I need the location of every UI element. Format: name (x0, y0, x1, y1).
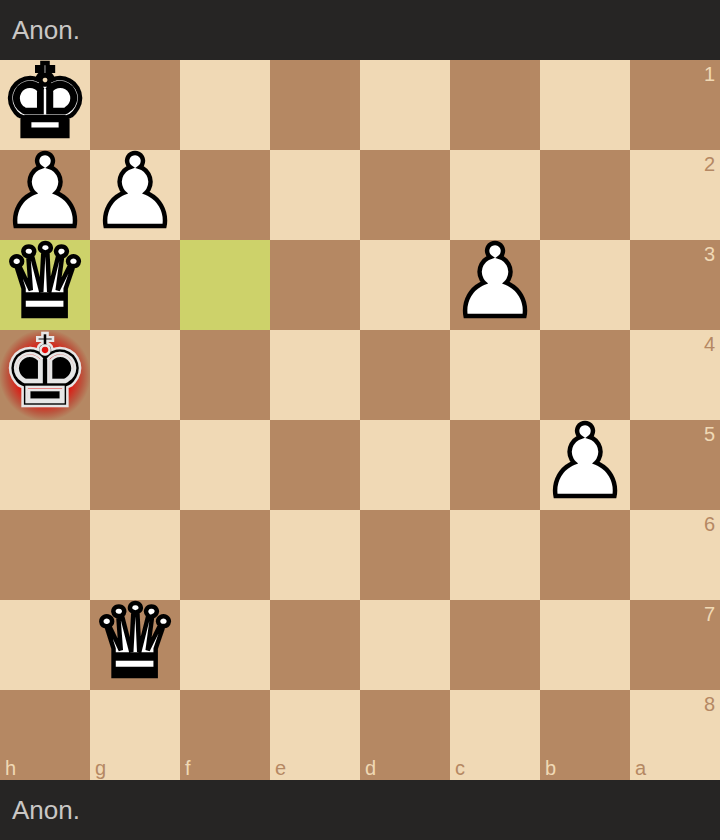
square-d2[interactable] (360, 150, 450, 240)
square-f8[interactable]: f (180, 690, 270, 780)
square-e6[interactable] (270, 510, 360, 600)
square-a5[interactable]: 5 (630, 420, 720, 510)
square-b8[interactable]: b (540, 690, 630, 780)
square-b7[interactable] (540, 600, 630, 690)
square-d8[interactable]: d (360, 690, 450, 780)
square-f5[interactable] (180, 420, 270, 510)
square-a3[interactable]: 3 (630, 240, 720, 330)
white-pawn[interactable]: ♟ (450, 237, 540, 327)
square-e7[interactable] (270, 600, 360, 690)
rank-label-8: 8 (704, 694, 715, 714)
square-h4[interactable]: ♚ (0, 330, 90, 420)
bottom-player-name: Anon. (12, 780, 80, 840)
square-c1[interactable] (450, 60, 540, 150)
file-label-h: h (5, 758, 16, 778)
square-b6[interactable] (540, 510, 630, 600)
square-g3[interactable] (90, 240, 180, 330)
rank-label-7: 7 (704, 604, 715, 624)
white-queen[interactable]: ♛ (90, 597, 180, 687)
square-a4[interactable]: 4 (630, 330, 720, 420)
square-h7[interactable] (0, 600, 90, 690)
black-king[interactable]: ♚ (0, 327, 90, 417)
square-f7[interactable] (180, 600, 270, 690)
square-c7[interactable] (450, 600, 540, 690)
square-g8[interactable]: g (90, 690, 180, 780)
square-d7[interactable] (360, 600, 450, 690)
square-c4[interactable] (450, 330, 540, 420)
square-e1[interactable] (270, 60, 360, 150)
square-f4[interactable] (180, 330, 270, 420)
square-f1[interactable] (180, 60, 270, 150)
file-label-e: e (275, 758, 286, 778)
file-label-b: b (545, 758, 556, 778)
bottom-player-bar: Anon. (0, 780, 720, 840)
square-g4[interactable] (90, 330, 180, 420)
square-b2[interactable] (540, 150, 630, 240)
file-label-g: g (95, 758, 106, 778)
square-a8[interactable]: 8a (630, 690, 720, 780)
square-c6[interactable] (450, 510, 540, 600)
square-c5[interactable] (450, 420, 540, 510)
square-a7[interactable]: 7 (630, 600, 720, 690)
file-label-f: f (185, 758, 191, 778)
square-b5[interactable]: ♟ (540, 420, 630, 510)
square-c8[interactable]: c (450, 690, 540, 780)
square-d5[interactable] (360, 420, 450, 510)
top-player-bar: Anon. (0, 0, 720, 60)
square-c3[interactable]: ♟ (450, 240, 540, 330)
square-b1[interactable] (540, 60, 630, 150)
square-a6[interactable]: 6 (630, 510, 720, 600)
rank-label-4: 4 (704, 334, 715, 354)
square-e8[interactable]: e (270, 690, 360, 780)
square-f2[interactable] (180, 150, 270, 240)
white-pawn[interactable]: ♟ (540, 417, 630, 507)
square-e3[interactable] (270, 240, 360, 330)
file-label-c: c (455, 758, 465, 778)
square-d3[interactable] (360, 240, 450, 330)
square-e2[interactable] (270, 150, 360, 240)
square-g2[interactable]: ♟ (90, 150, 180, 240)
rank-label-5: 5 (704, 424, 715, 444)
square-d1[interactable] (360, 60, 450, 150)
square-h6[interactable] (0, 510, 90, 600)
square-h8[interactable]: h (0, 690, 90, 780)
file-label-a: a (635, 758, 646, 778)
square-d4[interactable] (360, 330, 450, 420)
rank-label-6: 6 (704, 514, 715, 534)
square-d6[interactable] (360, 510, 450, 600)
rank-label-3: 3 (704, 244, 715, 264)
square-f6[interactable] (180, 510, 270, 600)
square-e5[interactable] (270, 420, 360, 510)
file-label-d: d (365, 758, 376, 778)
square-e4[interactable] (270, 330, 360, 420)
chess-board[interactable]: ♚1♟♟2♛♟3♚4♟56♛7hgfedcb8a (0, 60, 720, 780)
square-g5[interactable] (90, 420, 180, 510)
white-pawn[interactable]: ♟ (90, 147, 180, 237)
square-b3[interactable] (540, 240, 630, 330)
square-f3[interactable] (180, 240, 270, 330)
square-g7[interactable]: ♛ (90, 600, 180, 690)
rank-label-2: 2 (704, 154, 715, 174)
rank-label-1: 1 (704, 64, 715, 84)
square-a1[interactable]: 1 (630, 60, 720, 150)
square-h5[interactable] (0, 420, 90, 510)
square-a2[interactable]: 2 (630, 150, 720, 240)
